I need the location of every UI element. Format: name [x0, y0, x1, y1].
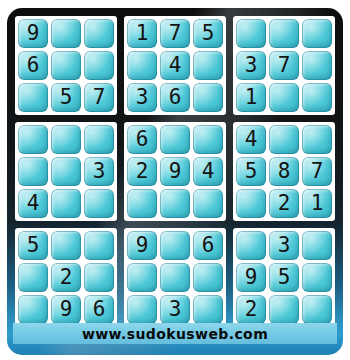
box-8: 963: [124, 228, 226, 327]
cell-r2c2[interactable]: [51, 51, 81, 80]
cell-r8c6[interactable]: [193, 263, 223, 292]
cell-r3c6[interactable]: [193, 83, 223, 112]
cell-r5c5: 9: [160, 157, 190, 186]
cell-r6c4[interactable]: [127, 189, 157, 218]
cell-r6c3[interactable]: [84, 189, 114, 218]
cell-r2c7: 3: [236, 51, 266, 80]
cell-r2c8: 7: [269, 51, 299, 80]
cell-r2c5: 4: [160, 51, 190, 80]
cell-r5c8: 8: [269, 157, 299, 186]
cell-r6c8: 2: [269, 189, 299, 218]
cell-r5c1[interactable]: [18, 157, 48, 186]
cell-r2c3[interactable]: [84, 51, 114, 80]
cell-r9c3: 6: [84, 295, 114, 324]
website-url[interactable]: www.sudokusweb.com: [82, 326, 268, 342]
cell-r5c4: 2: [127, 157, 157, 186]
cell-r6c1: 4: [18, 189, 48, 218]
cell-r5c9: 7: [302, 157, 332, 186]
cell-r2c4[interactable]: [127, 51, 157, 80]
cell-r2c6[interactable]: [193, 51, 223, 80]
cell-r1c9[interactable]: [302, 19, 332, 48]
cell-r7c3[interactable]: [84, 231, 114, 260]
sudoku-board: 965717543637134629445872152969633952: [15, 16, 335, 327]
cell-r4c2[interactable]: [51, 125, 81, 154]
cell-r8c3[interactable]: [84, 263, 114, 292]
cell-r4c1[interactable]: [18, 125, 48, 154]
cell-r2c9[interactable]: [302, 51, 332, 80]
cell-r5c3: 3: [84, 157, 114, 186]
box-9: 3952: [233, 228, 335, 327]
cell-r4c9[interactable]: [302, 125, 332, 154]
cell-r3c8[interactable]: [269, 83, 299, 112]
cell-r7c1: 5: [18, 231, 48, 260]
cell-r9c1[interactable]: [18, 295, 48, 324]
cell-r3c9[interactable]: [302, 83, 332, 112]
cell-r6c9: 1: [302, 189, 332, 218]
cell-r1c1: 9: [18, 19, 48, 48]
cell-r8c5[interactable]: [160, 263, 190, 292]
cell-r3c1[interactable]: [18, 83, 48, 112]
box-7: 5296: [15, 228, 117, 327]
cell-r8c4[interactable]: [127, 263, 157, 292]
cell-r7c8: 3: [269, 231, 299, 260]
cell-r7c7[interactable]: [236, 231, 266, 260]
cell-r7c2[interactable]: [51, 231, 81, 260]
cell-r4c3[interactable]: [84, 125, 114, 154]
cell-r1c3[interactable]: [84, 19, 114, 48]
cell-r6c6[interactable]: [193, 189, 223, 218]
cell-r6c5[interactable]: [160, 189, 190, 218]
cell-r1c6: 5: [193, 19, 223, 48]
cell-r7c6: 6: [193, 231, 223, 260]
cell-r4c7: 4: [236, 125, 266, 154]
box-3: 371: [233, 16, 335, 115]
box-2: 175436: [124, 16, 226, 115]
box-5: 6294: [124, 122, 226, 221]
cell-r8c9[interactable]: [302, 263, 332, 292]
cell-r4c8[interactable]: [269, 125, 299, 154]
cell-r4c6[interactable]: [193, 125, 223, 154]
cell-r8c8: 5: [269, 263, 299, 292]
cell-r6c7[interactable]: [236, 189, 266, 218]
cell-r1c2[interactable]: [51, 19, 81, 48]
cell-r9c4[interactable]: [127, 295, 157, 324]
cell-r3c3: 7: [84, 83, 114, 112]
cell-r8c1[interactable]: [18, 263, 48, 292]
cell-r3c4: 3: [127, 83, 157, 112]
cell-r9c2: 9: [51, 295, 81, 324]
cell-r5c6: 4: [193, 157, 223, 186]
cell-r8c7: 9: [236, 263, 266, 292]
cell-r3c5: 6: [160, 83, 190, 112]
cell-r9c6[interactable]: [193, 295, 223, 324]
box-1: 9657: [15, 16, 117, 115]
cell-r1c4: 1: [127, 19, 157, 48]
cell-r9c7: 2: [236, 295, 266, 324]
cell-r4c5[interactable]: [160, 125, 190, 154]
cell-r8c2: 2: [51, 263, 81, 292]
cell-r7c4: 9: [127, 231, 157, 260]
cell-r7c5[interactable]: [160, 231, 190, 260]
cell-r3c7: 1: [236, 83, 266, 112]
cell-r3c2: 5: [51, 83, 81, 112]
cell-r6c2[interactable]: [51, 189, 81, 218]
board-frame: 965717543637134629445872152969633952 www…: [7, 8, 343, 355]
cell-r9c5: 3: [160, 295, 190, 324]
cell-r9c8[interactable]: [269, 295, 299, 324]
cell-r5c2[interactable]: [51, 157, 81, 186]
box-4: 34: [15, 122, 117, 221]
cell-r1c7[interactable]: [236, 19, 266, 48]
footer-bar: www.sudokusweb.com: [13, 323, 337, 344]
cell-r9c9[interactable]: [302, 295, 332, 324]
box-6: 458721: [233, 122, 335, 221]
cell-r7c9[interactable]: [302, 231, 332, 260]
cell-r4c4: 6: [127, 125, 157, 154]
cell-r2c1: 6: [18, 51, 48, 80]
cell-r1c5: 7: [160, 19, 190, 48]
cell-r1c8[interactable]: [269, 19, 299, 48]
cell-r5c7: 5: [236, 157, 266, 186]
